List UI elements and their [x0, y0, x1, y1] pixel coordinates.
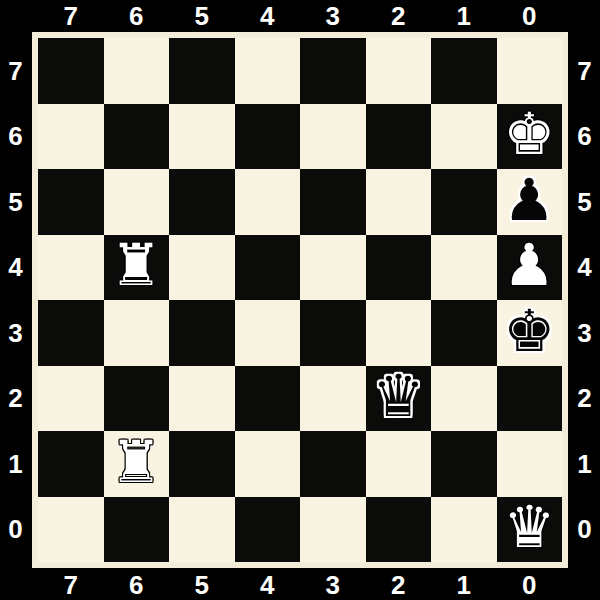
row-labels-right: 76543210: [569, 38, 600, 562]
square-c7-r4[interactable]: [38, 235, 104, 301]
square-c0-r4[interactable]: ♟: [497, 235, 563, 301]
column-label-7: 7: [38, 569, 104, 600]
board-frame: ♚♟♜♟♚♛♜♛: [32, 32, 568, 568]
column-label-4: 4: [235, 0, 301, 31]
square-c4-r2[interactable]: [235, 366, 301, 432]
square-c7-r1[interactable]: [38, 431, 104, 497]
column-label-3: 3: [300, 0, 366, 31]
square-c2-r4[interactable]: [366, 235, 432, 301]
square-c2-r0[interactable]: [366, 497, 432, 563]
square-c6-r3[interactable]: [104, 300, 170, 366]
square-c1-r5[interactable]: [431, 169, 497, 235]
square-c0-r7[interactable]: [497, 38, 563, 104]
black-king-piece[interactable]: ♚: [503, 302, 555, 360]
square-c7-r2[interactable]: [38, 366, 104, 432]
column-label-2: 2: [366, 0, 432, 31]
square-c6-r7[interactable]: [104, 38, 170, 104]
square-c6-r0[interactable]: [104, 497, 170, 563]
square-c5-r1[interactable]: [169, 431, 235, 497]
square-c4-r7[interactable]: [235, 38, 301, 104]
row-label-3: 3: [0, 300, 31, 366]
row-label-7: 7: [569, 38, 600, 104]
square-c0-r5[interactable]: ♟: [497, 169, 563, 235]
square-c2-r1[interactable]: [366, 431, 432, 497]
column-label-1: 1: [431, 0, 497, 31]
square-c0-r3[interactable]: ♚: [497, 300, 563, 366]
square-c5-r0[interactable]: [169, 497, 235, 563]
square-c1-r4[interactable]: [431, 235, 497, 301]
square-c7-r3[interactable]: [38, 300, 104, 366]
row-label-1: 1: [0, 431, 31, 497]
column-label-5: 5: [169, 0, 235, 31]
square-c2-r3[interactable]: [366, 300, 432, 366]
square-c4-r6[interactable]: [235, 104, 301, 170]
square-c3-r2[interactable]: [300, 366, 366, 432]
row-label-4: 4: [569, 235, 600, 301]
square-c5-r7[interactable]: [169, 38, 235, 104]
square-c3-r1[interactable]: [300, 431, 366, 497]
square-c3-r5[interactable]: [300, 169, 366, 235]
row-label-2: 2: [0, 366, 31, 432]
column-label-4: 4: [235, 569, 301, 600]
square-c1-r6[interactable]: [431, 104, 497, 170]
square-c0-r6[interactable]: ♚: [497, 104, 563, 170]
square-c3-r3[interactable]: [300, 300, 366, 366]
square-c1-r3[interactable]: [431, 300, 497, 366]
row-label-2: 2: [569, 366, 600, 432]
row-label-6: 6: [569, 104, 600, 170]
square-c5-r6[interactable]: [169, 104, 235, 170]
square-c3-r6[interactable]: [300, 104, 366, 170]
row-label-0: 0: [0, 497, 31, 563]
square-c6-r2[interactable]: [104, 366, 170, 432]
column-label-3: 3: [300, 569, 366, 600]
column-label-0: 0: [497, 0, 563, 31]
square-c2-r2[interactable]: ♛: [366, 366, 432, 432]
row-label-7: 7: [0, 38, 31, 104]
row-label-3: 3: [569, 300, 600, 366]
row-label-5: 5: [569, 169, 600, 235]
square-c1-r0[interactable]: [431, 497, 497, 563]
square-c4-r4[interactable]: [235, 235, 301, 301]
column-label-6: 6: [104, 569, 170, 600]
column-labels-bottom: 76543210: [38, 569, 562, 600]
square-c3-r0[interactable]: [300, 497, 366, 563]
square-c3-r4[interactable]: [300, 235, 366, 301]
square-c0-r2[interactable]: [497, 366, 563, 432]
square-c4-r1[interactable]: [235, 431, 301, 497]
column-labels-top: 76543210: [38, 0, 562, 31]
square-c5-r3[interactable]: [169, 300, 235, 366]
square-c5-r2[interactable]: [169, 366, 235, 432]
white-queen-piece[interactable]: ♛: [503, 498, 555, 556]
column-label-0: 0: [497, 569, 563, 600]
column-label-1: 1: [431, 569, 497, 600]
chess-board: ♚♟♜♟♚♛♜♛: [38, 38, 562, 562]
square-c7-r5[interactable]: [38, 169, 104, 235]
column-label-2: 2: [366, 569, 432, 600]
row-label-0: 0: [569, 497, 600, 563]
square-c1-r7[interactable]: [431, 38, 497, 104]
square-c7-r6[interactable]: [38, 104, 104, 170]
column-label-6: 6: [104, 0, 170, 31]
square-c3-r7[interactable]: [300, 38, 366, 104]
square-c2-r6[interactable]: [366, 104, 432, 170]
square-c7-r7[interactable]: [38, 38, 104, 104]
white-pawn-piece[interactable]: ♟: [503, 236, 555, 294]
row-label-4: 4: [0, 235, 31, 301]
square-c2-r5[interactable]: [366, 169, 432, 235]
square-c1-r1[interactable]: [431, 431, 497, 497]
black-queen-piece[interactable]: ♛: [372, 367, 424, 425]
white-king-piece[interactable]: ♚: [503, 105, 555, 163]
square-c6-r4[interactable]: ♜: [104, 235, 170, 301]
square-c4-r0[interactable]: [235, 497, 301, 563]
row-label-6: 6: [0, 104, 31, 170]
square-c1-r2[interactable]: [431, 366, 497, 432]
row-label-5: 5: [0, 169, 31, 235]
column-label-7: 7: [38, 0, 104, 31]
row-label-1: 1: [569, 431, 600, 497]
square-c6-r6[interactable]: [104, 104, 170, 170]
square-c6-r1[interactable]: ♜: [104, 431, 170, 497]
square-c4-r5[interactable]: [235, 169, 301, 235]
column-label-5: 5: [169, 569, 235, 600]
black-pawn-piece[interactable]: ♟: [503, 171, 555, 229]
square-c0-r0[interactable]: ♛: [497, 497, 563, 563]
white-rook-piece[interactable]: ♜: [110, 236, 162, 294]
square-c2-r7[interactable]: [366, 38, 432, 104]
chessboard-diagram: 76543210 76543210 76543210 76543210 ♚♟♜♟…: [0, 0, 600, 600]
square-c7-r0[interactable]: [38, 497, 104, 563]
white-rook-piece[interactable]: ♜: [110, 433, 162, 491]
square-c6-r5[interactable]: [104, 169, 170, 235]
square-c5-r5[interactable]: [169, 169, 235, 235]
square-c5-r4[interactable]: [169, 235, 235, 301]
row-labels-left: 76543210: [0, 38, 31, 562]
square-c0-r1[interactable]: [497, 431, 563, 497]
square-c4-r3[interactable]: [235, 300, 301, 366]
